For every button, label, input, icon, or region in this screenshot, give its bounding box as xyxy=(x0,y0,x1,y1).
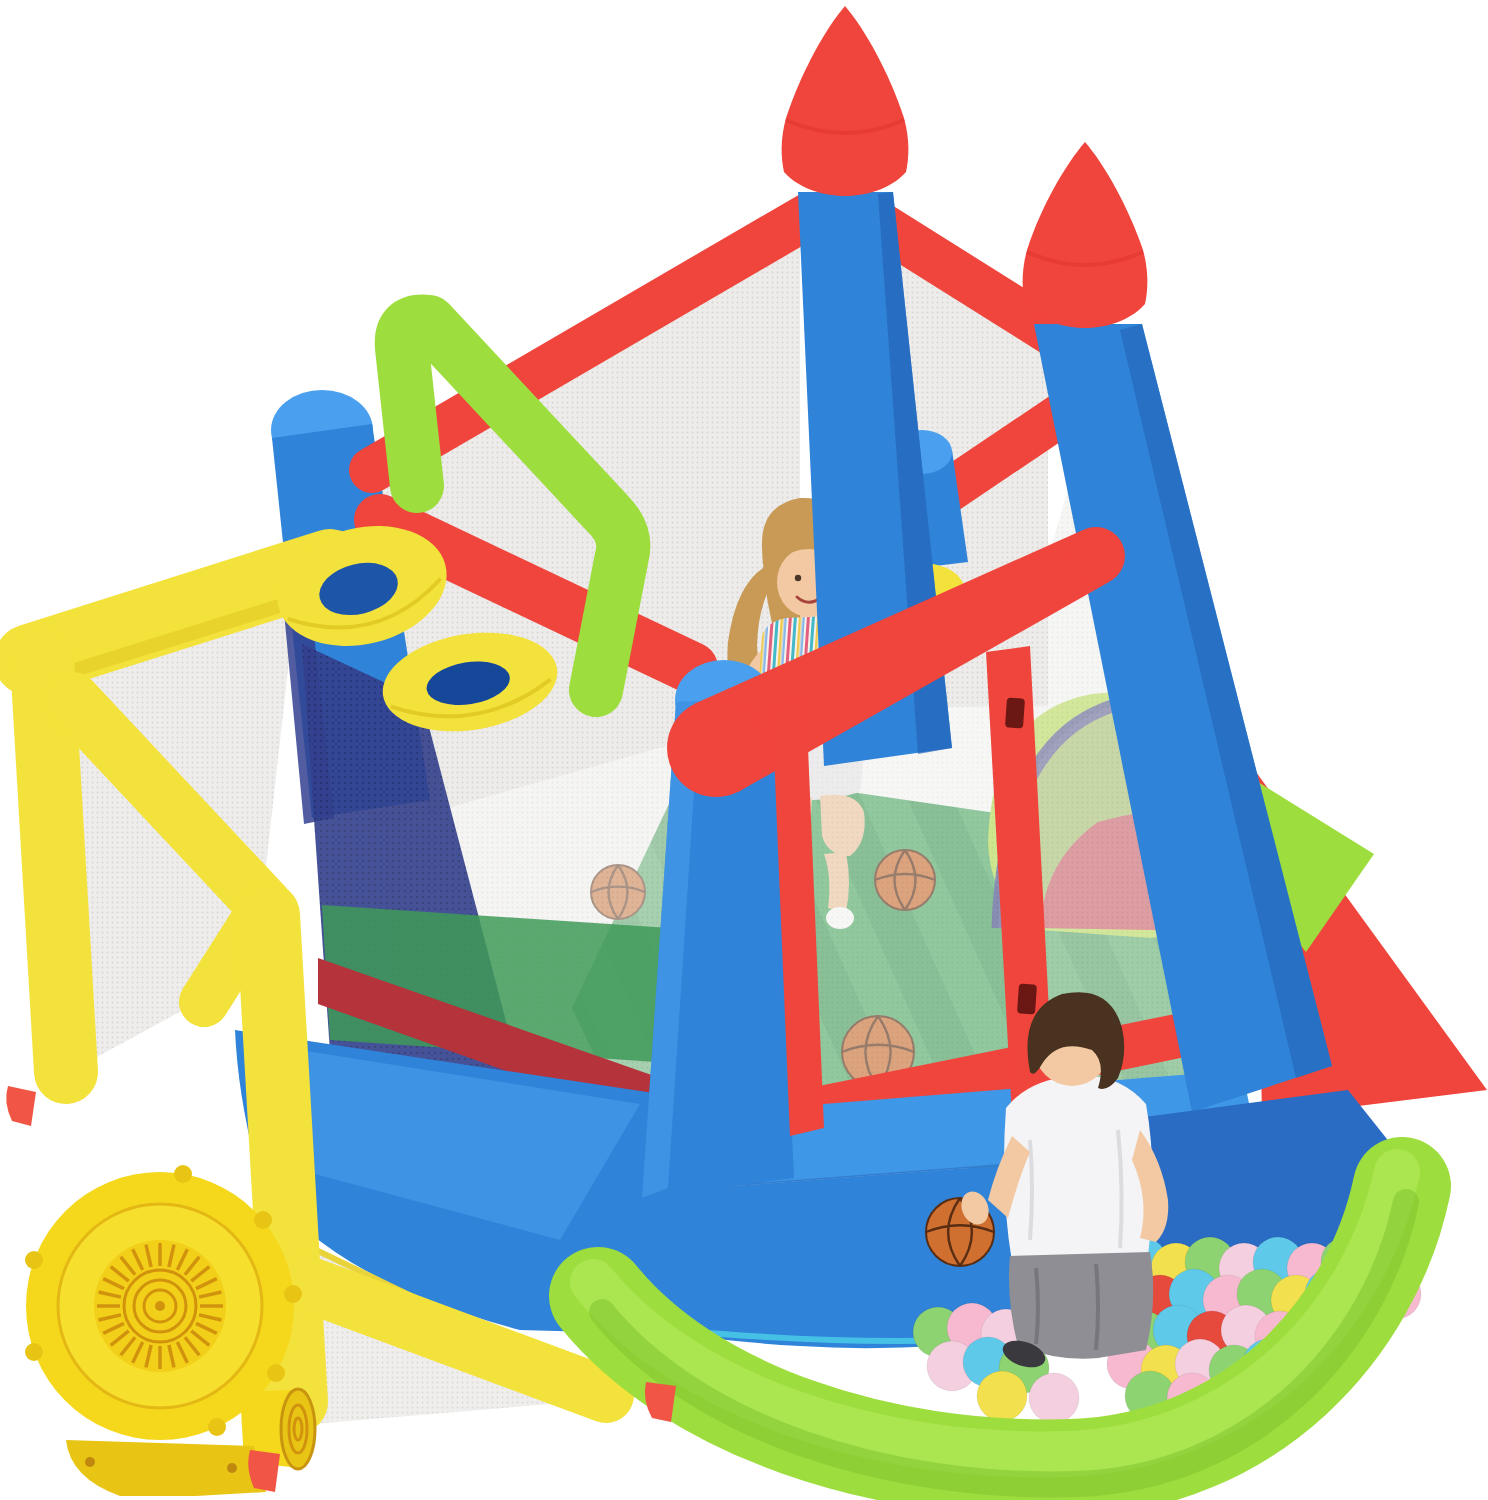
pit-ball xyxy=(977,1371,1027,1421)
blower-outlet-face xyxy=(281,1389,315,1469)
blower-base-bolt-1 xyxy=(85,1457,95,1467)
blower-tab-5 xyxy=(208,1418,226,1436)
blower-tab-1 xyxy=(174,1165,192,1183)
girl-eye-left xyxy=(795,575,801,581)
blower-tab-6 xyxy=(25,1343,43,1361)
door-strap-slot-upper xyxy=(1005,697,1025,728)
blower-tab-7 xyxy=(25,1251,43,1269)
boy-shirt xyxy=(1004,1076,1153,1262)
pit-ball xyxy=(1029,1373,1079,1423)
bounce-house-illustration xyxy=(0,0,1488,1500)
blower-tab-2 xyxy=(254,1211,272,1229)
blower-base-bolt-2 xyxy=(227,1463,237,1473)
door-strap-slot-lower xyxy=(1017,983,1037,1014)
rail-front-lower-end xyxy=(1067,527,1125,585)
blower-hub-center xyxy=(155,1301,165,1311)
blower-tab-4 xyxy=(267,1364,285,1382)
rail-front-lower-cap xyxy=(667,699,765,797)
blower-tab-3 xyxy=(284,1285,302,1303)
product-photo-bounce-house xyxy=(0,0,1488,1500)
boy-shorts xyxy=(1009,1252,1153,1359)
